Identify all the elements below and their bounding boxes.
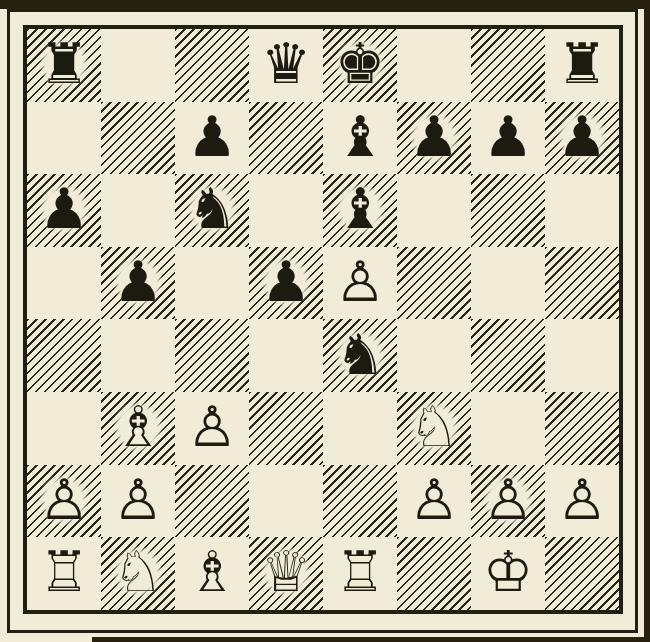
- white-pawn-a2: ♙: [32, 467, 96, 533]
- square-a5: [27, 247, 101, 320]
- square-b1: ♘: [101, 537, 175, 610]
- scanned-book-page: ♜♛♚♜♟♝♟♟♟♟♞♝♟♟♙♞♗♙♘♙♙♙♙♙♖♘♗♕♖♔: [0, 0, 650, 642]
- scan-edge-top: [0, 0, 650, 9]
- white-bishop-b3: ♗: [106, 394, 170, 460]
- white-queen-d1: ♕: [254, 539, 318, 605]
- square-e8: ♚: [323, 29, 397, 102]
- square-f8: [397, 29, 471, 102]
- black-pawn-c7: ♟: [180, 104, 244, 170]
- square-f1: [397, 537, 471, 610]
- square-c8: [175, 29, 249, 102]
- white-rook-e1: ♖: [328, 539, 392, 605]
- chess-board: ♜♛♚♜♟♝♟♟♟♟♞♝♟♟♙♞♗♙♘♙♙♙♙♙♖♘♗♕♖♔: [27, 29, 619, 610]
- white-pawn-e5: ♙: [328, 249, 392, 315]
- black-queen-d8: ♛: [254, 31, 318, 97]
- square-c7: ♟: [175, 102, 249, 175]
- white-knight-f3: ♘: [402, 394, 466, 460]
- black-bishop-e6: ♝: [328, 176, 392, 242]
- square-g4: [471, 319, 545, 392]
- square-a8: ♜: [27, 29, 101, 102]
- square-a7: [27, 102, 101, 175]
- square-b8: [101, 29, 175, 102]
- square-a1: ♖: [27, 537, 101, 610]
- white-rook-a1: ♖: [32, 539, 96, 605]
- black-king-e8: ♚: [328, 31, 392, 97]
- square-c5: [175, 247, 249, 320]
- square-c6: ♞: [175, 174, 249, 247]
- square-e2: [323, 465, 397, 538]
- black-knight-e4: ♞: [328, 322, 392, 388]
- square-g5: [471, 247, 545, 320]
- white-bishop-c1: ♗: [180, 539, 244, 605]
- black-pawn-a6: ♟: [32, 176, 96, 242]
- square-b5: ♟: [101, 247, 175, 320]
- black-pawn-d5: ♟: [254, 249, 318, 315]
- square-h2: ♙: [545, 465, 619, 538]
- black-pawn-f7: ♟: [402, 104, 466, 170]
- diagram-inner-frame: ♜♛♚♜♟♝♟♟♟♟♞♝♟♟♙♞♗♙♘♙♙♙♙♙♖♘♗♕♖♔: [23, 25, 623, 614]
- square-g2: ♙: [471, 465, 545, 538]
- white-king-g1: ♔: [476, 539, 540, 605]
- square-b2: ♙: [101, 465, 175, 538]
- square-h1: [545, 537, 619, 610]
- square-e7: ♝: [323, 102, 397, 175]
- square-c1: ♗: [175, 537, 249, 610]
- square-e4: ♞: [323, 319, 397, 392]
- white-pawn-g2: ♙: [476, 467, 540, 533]
- square-e5: ♙: [323, 247, 397, 320]
- square-a2: ♙: [27, 465, 101, 538]
- square-g3: [471, 392, 545, 465]
- square-d3: [249, 392, 323, 465]
- square-d8: ♛: [249, 29, 323, 102]
- square-h6: [545, 174, 619, 247]
- square-g1: ♔: [471, 537, 545, 610]
- black-rook-h8: ♜: [550, 31, 614, 97]
- square-c3: ♙: [175, 392, 249, 465]
- black-pawn-b5: ♟: [106, 249, 170, 315]
- black-pawn-h7: ♟: [550, 104, 614, 170]
- square-g8: [471, 29, 545, 102]
- square-a3: [27, 392, 101, 465]
- square-d4: [249, 319, 323, 392]
- black-knight-c6: ♞: [180, 176, 244, 242]
- square-d7: [249, 102, 323, 175]
- square-d1: ♕: [249, 537, 323, 610]
- square-f5: [397, 247, 471, 320]
- square-h4: [545, 319, 619, 392]
- black-rook-a8: ♜: [32, 31, 96, 97]
- square-g7: ♟: [471, 102, 545, 175]
- black-pawn-g7: ♟: [476, 104, 540, 170]
- square-b4: [101, 319, 175, 392]
- square-f7: ♟: [397, 102, 471, 175]
- black-bishop-e7: ♝: [328, 104, 392, 170]
- square-e6: ♝: [323, 174, 397, 247]
- square-d5: ♟: [249, 247, 323, 320]
- white-pawn-h2: ♙: [550, 467, 614, 533]
- square-h3: [545, 392, 619, 465]
- square-a4: [27, 319, 101, 392]
- white-pawn-c3: ♙: [180, 394, 244, 460]
- square-c2: [175, 465, 249, 538]
- scan-edge-bottom: [92, 637, 650, 642]
- square-c4: [175, 319, 249, 392]
- square-b6: [101, 174, 175, 247]
- scan-edge-right: [644, 0, 650, 642]
- square-d2: [249, 465, 323, 538]
- square-g6: [471, 174, 545, 247]
- square-h8: ♜: [545, 29, 619, 102]
- square-a6: ♟: [27, 174, 101, 247]
- square-f3: ♘: [397, 392, 471, 465]
- square-f6: [397, 174, 471, 247]
- square-f4: [397, 319, 471, 392]
- square-b7: [101, 102, 175, 175]
- square-f2: ♙: [397, 465, 471, 538]
- square-e1: ♖: [323, 537, 397, 610]
- white-knight-b1: ♘: [106, 539, 170, 605]
- square-b3: ♗: [101, 392, 175, 465]
- square-h7: ♟: [545, 102, 619, 175]
- square-d6: [249, 174, 323, 247]
- square-e3: [323, 392, 397, 465]
- square-h5: [545, 247, 619, 320]
- white-pawn-f2: ♙: [402, 467, 466, 533]
- white-pawn-b2: ♙: [106, 467, 170, 533]
